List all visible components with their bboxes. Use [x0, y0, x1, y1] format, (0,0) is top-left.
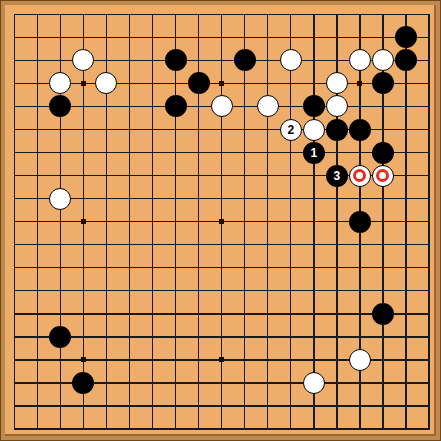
grid-line-vertical — [290, 14, 291, 430]
grid-line-vertical — [267, 14, 268, 430]
grid-line-vertical — [405, 14, 406, 430]
star-point — [81, 81, 86, 86]
grid-line-horizontal — [14, 290, 430, 291]
stone-black — [49, 95, 71, 117]
stone-black-move-3: 3 — [326, 165, 348, 187]
stone-white — [72, 49, 94, 71]
stone-black — [234, 49, 256, 71]
stone-black — [349, 119, 371, 141]
stone-white — [349, 349, 371, 371]
stone-black — [303, 95, 325, 117]
stone-white-marked — [349, 165, 371, 187]
star-point — [81, 357, 86, 362]
stone-black-move-1: 1 — [303, 142, 325, 164]
stone-black — [165, 49, 187, 71]
grid-line-vertical — [428, 14, 429, 430]
stone-black — [165, 95, 187, 117]
stone-black — [372, 72, 394, 94]
grid-line-vertical — [313, 14, 314, 430]
stone-black — [395, 26, 417, 48]
star-point — [219, 357, 224, 362]
stone-white — [303, 372, 325, 394]
stone-black — [372, 303, 394, 325]
stone-white — [95, 72, 117, 94]
stone-white — [49, 72, 71, 94]
grid-line-horizontal — [14, 244, 430, 245]
stone-black — [49, 326, 71, 348]
stone-white — [326, 95, 348, 117]
grid-line-horizontal — [14, 336, 430, 337]
stone-white — [211, 95, 233, 117]
stone-black — [188, 72, 210, 94]
go-board: 132 — [0, 0, 441, 441]
move-number-label: 2 — [287, 124, 294, 136]
grid-line-horizontal — [14, 428, 430, 429]
stone-black — [395, 49, 417, 71]
stone-black — [326, 119, 348, 141]
grid-line-horizontal — [14, 267, 430, 268]
stone-black — [349, 211, 371, 233]
star-point — [219, 219, 224, 224]
grid-line-horizontal — [14, 313, 430, 314]
stone-white — [257, 95, 279, 117]
star-point — [357, 81, 362, 86]
circle-mark-icon — [353, 169, 366, 182]
stone-white — [303, 119, 325, 141]
stone-white — [49, 188, 71, 210]
stone-white — [372, 49, 394, 71]
move-number-label: 3 — [334, 170, 341, 182]
stone-white — [349, 49, 371, 71]
go-diagram: 132 — [0, 0, 441, 441]
star-point — [81, 219, 86, 224]
star-point — [219, 81, 224, 86]
grid-line-vertical — [244, 14, 245, 430]
stone-black — [372, 142, 394, 164]
stone-white — [326, 72, 348, 94]
stone-white-move-2: 2 — [280, 119, 302, 141]
stone-white — [280, 49, 302, 71]
move-number-label: 1 — [310, 147, 317, 159]
stone-black — [72, 372, 94, 394]
stone-white-marked — [372, 165, 394, 187]
circle-mark-icon — [376, 169, 389, 182]
grid-line-horizontal — [14, 405, 430, 406]
